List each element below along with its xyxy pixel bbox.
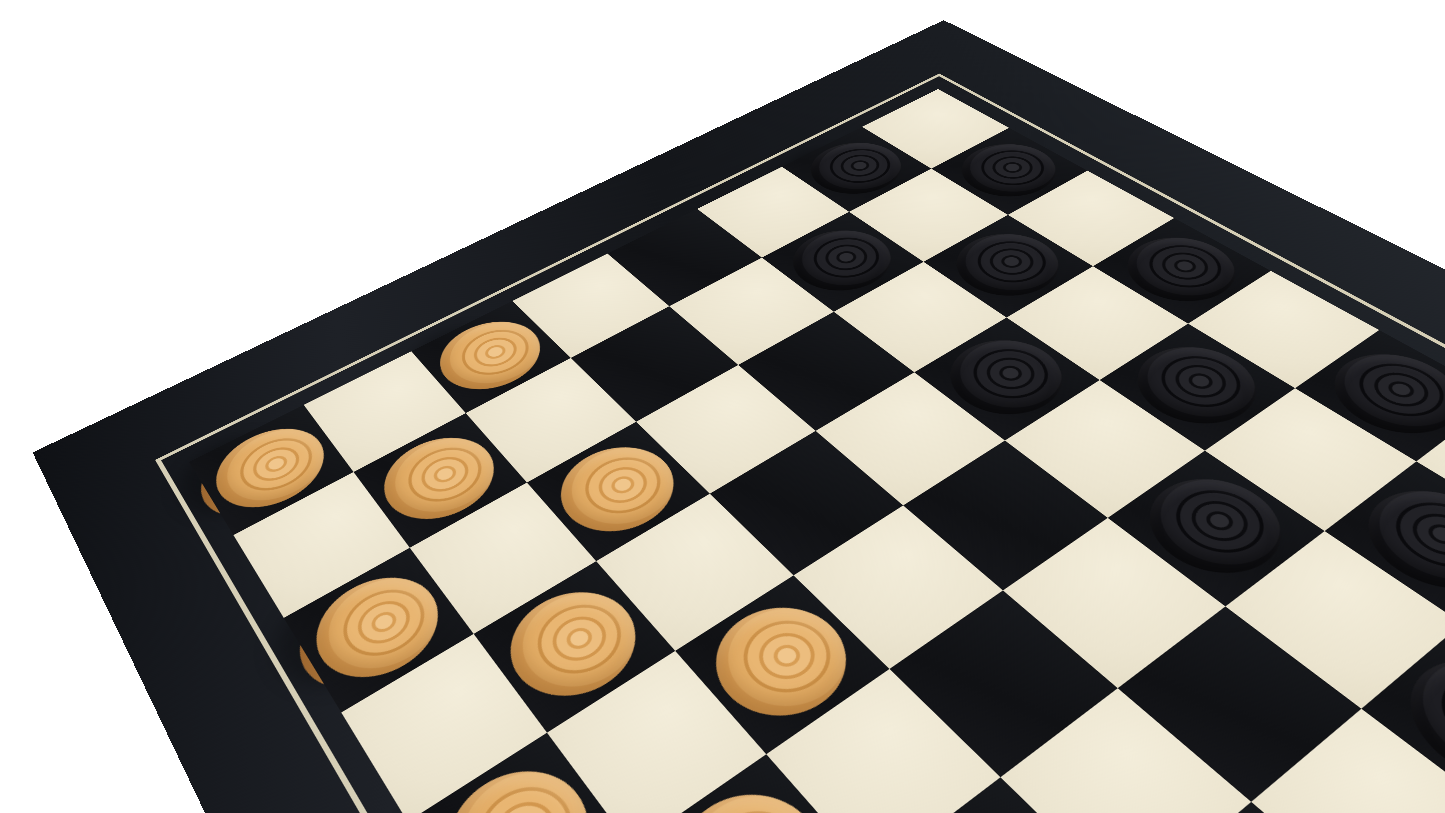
board-field <box>189 89 1445 813</box>
photo-canvas <box>0 0 1445 813</box>
checkers-board <box>33 20 1445 813</box>
